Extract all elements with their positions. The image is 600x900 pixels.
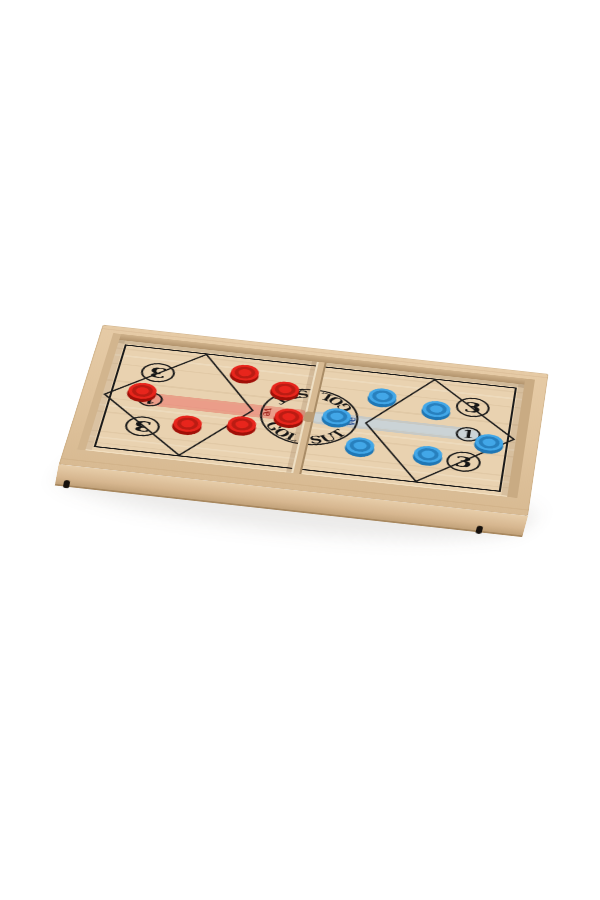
right-bottom-3: 3 bbox=[453, 453, 473, 472]
right-goal-1: 1 bbox=[461, 428, 475, 441]
right-top-3: 3 bbox=[463, 399, 483, 417]
sling-puck-board: 3 1 3 3 1 3 ŞUT ve GOL bbox=[59, 325, 549, 516]
left-foot-peg bbox=[63, 480, 71, 489]
product-photo: 3 1 3 3 1 3 ŞUT ve GOL bbox=[0, 0, 600, 900]
